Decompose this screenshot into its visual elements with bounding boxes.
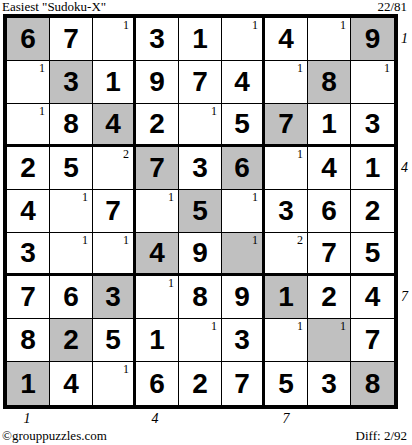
cell-r6c1[interactable]: 3	[7, 233, 50, 276]
given-digit: 5	[93, 319, 133, 361]
cell-r4c1[interactable]: 2	[7, 147, 50, 190]
given-digit: 2	[50, 319, 92, 361]
cell-r9c4[interactable]: 6	[136, 362, 179, 405]
pencil-note: 1	[297, 62, 303, 75]
pencil-note: 1	[297, 320, 303, 333]
given-digit: 3	[7, 233, 49, 273]
pencil-note: 1	[168, 191, 174, 204]
pencil-note: 1	[123, 363, 129, 376]
given-digit: 6	[222, 147, 262, 189]
cell-r4c6[interactable]: 6	[222, 147, 265, 190]
cell-r8c7[interactable]: 1	[265, 319, 308, 362]
cell-r9c8[interactable]: 3	[308, 362, 351, 405]
cell-r1c6[interactable]: 1	[222, 18, 265, 61]
cell-r5c4[interactable]: 1	[136, 190, 179, 233]
cell-r7c4[interactable]: 1	[136, 276, 179, 319]
given-digit: 1	[136, 319, 178, 361]
col-label-1: 1	[24, 411, 31, 427]
cell-r8c1[interactable]: 8	[7, 319, 50, 362]
given-digit: 2	[351, 190, 394, 232]
header-bar: Easiest "Sudoku-X" 22/81	[2, 0, 407, 14]
cell-r7c8[interactable]: 2	[308, 276, 351, 319]
given-digit: 7	[93, 190, 133, 232]
given-digit: 3	[50, 61, 92, 103]
cell-r4c2[interactable]: 5	[50, 147, 93, 190]
cell-r6c6[interactable]: 1	[222, 233, 265, 276]
pencil-note: 1	[168, 277, 174, 290]
cell-r2c1[interactable]: 1	[7, 61, 50, 104]
given-digit: 3	[136, 18, 178, 60]
cell-r5c5[interactable]: 5	[179, 190, 222, 233]
cell-r8c9[interactable]: 7	[351, 319, 394, 362]
pencil-note: 1	[252, 19, 258, 32]
cell-r1c4[interactable]: 3	[136, 18, 179, 61]
cell-r8c3[interactable]: 5	[93, 319, 136, 362]
given-digit: 4	[136, 233, 178, 273]
given-digit: 9	[179, 233, 221, 273]
cell-r2c7[interactable]: 1	[265, 61, 308, 104]
pencil-note: 1	[384, 62, 390, 75]
pencil-note: 1	[39, 62, 45, 75]
given-digit: 2	[179, 362, 221, 405]
row-label-4: 4	[401, 160, 408, 176]
given-digit: 8	[308, 61, 350, 103]
cell-r9c1[interactable]: 1	[7, 362, 50, 405]
cell-r4c9[interactable]: 1	[351, 147, 394, 190]
given-digit: 9	[222, 276, 262, 318]
given-digit: 2	[7, 147, 49, 189]
cell-r3c5[interactable]: 1	[179, 104, 222, 147]
cell-r4c4[interactable]: 7	[136, 147, 179, 190]
cell-r6c4[interactable]: 4	[136, 233, 179, 276]
given-digit: 3	[308, 362, 350, 405]
given-digit: 7	[50, 18, 92, 60]
pencil-note: 1	[123, 234, 129, 247]
cell-r7c2[interactable]: 6	[50, 276, 93, 319]
given-digit: 7	[265, 104, 307, 144]
given-digit: 4	[351, 276, 394, 318]
pencil-note: 1	[252, 191, 258, 204]
cell-r4c3[interactable]: 2	[93, 147, 136, 190]
pencil-note: 1	[211, 105, 217, 118]
given-digit: 6	[7, 18, 49, 60]
cell-r9c3[interactable]: 1	[93, 362, 136, 405]
given-digit: 8	[7, 319, 49, 361]
given-digit: 4	[265, 18, 307, 60]
cell-r5c3[interactable]: 7	[93, 190, 136, 233]
cell-r9c9[interactable]: 8	[351, 362, 394, 405]
given-digit: 5	[179, 190, 221, 232]
cell-r9c2[interactable]: 4	[50, 362, 93, 405]
cell-r2c6[interactable]: 4	[222, 61, 265, 104]
cell-r6c7[interactable]: 2	[265, 233, 308, 276]
col-label-7: 7	[283, 411, 290, 427]
given-digit: 5	[265, 362, 307, 405]
given-digit: 6	[136, 362, 178, 405]
pencil-note: 1	[82, 191, 88, 204]
cell-r1c1[interactable]: 6	[7, 18, 50, 61]
cell-r6c3[interactable]: 1	[93, 233, 136, 276]
puzzle-title: Easiest "Sudoku-X"	[2, 0, 106, 14]
cell-r8c6[interactable]: 3	[222, 319, 265, 362]
cell-r4c5[interactable]: 3	[179, 147, 222, 190]
given-digit: 1	[93, 61, 133, 103]
cell-r6c5[interactable]: 9	[179, 233, 222, 276]
cell-r7c6[interactable]: 9	[222, 276, 265, 319]
cell-r3c2[interactable]: 8	[50, 104, 93, 147]
given-digit: 4	[93, 104, 133, 144]
given-digit: 3	[179, 147, 221, 189]
given-digit: 2	[308, 276, 350, 318]
cell-r5c2[interactable]: 1	[50, 190, 93, 233]
cell-r3c7[interactable]: 7	[265, 104, 308, 147]
given-digit: 1	[351, 147, 394, 189]
cell-r8c8[interactable]: 1	[308, 319, 351, 362]
given-digit: 7	[136, 147, 178, 189]
cell-r6c9[interactable]: 5	[351, 233, 394, 276]
cell-r7c5[interactable]: 8	[179, 276, 222, 319]
cell-r1c9[interactable]: 9	[351, 18, 394, 61]
given-digit: 5	[50, 147, 92, 189]
given-digit: 6	[50, 276, 92, 318]
cell-r9c5[interactable]: 2	[179, 362, 222, 405]
given-digit: 1	[7, 362, 49, 405]
difficulty-text: Diff: 2/92	[356, 428, 407, 443]
pencil-note: 1	[211, 320, 217, 333]
given-digit: 1	[308, 104, 350, 144]
cell-r2c5[interactable]: 7	[179, 61, 222, 104]
cell-r4c7[interactable]: 1	[265, 147, 308, 190]
cell-r5c1[interactable]: 4	[7, 190, 50, 233]
given-digit: 4	[222, 61, 262, 103]
cell-r7c9[interactable]: 4	[351, 276, 394, 319]
cell-r6c2[interactable]: 1	[50, 233, 93, 276]
cell-r1c2[interactable]: 7	[50, 18, 93, 61]
given-digit: 4	[7, 190, 49, 232]
given-digit: 5	[222, 104, 262, 144]
given-digit: 7	[308, 233, 350, 273]
progress-counter: 22/81	[377, 0, 407, 14]
footer-bar: ©grouppuzzles.com Diff: 2/92	[2, 428, 407, 443]
given-digit: 6	[308, 190, 350, 232]
pencil-note: 1	[340, 320, 346, 333]
cell-r1c3[interactable]: 1	[93, 18, 136, 61]
given-digit: 3	[351, 104, 394, 144]
pencil-note: 2	[123, 148, 129, 161]
given-digit: 3	[93, 276, 133, 318]
given-digit: 8	[179, 276, 221, 318]
given-digit: 8	[351, 362, 394, 405]
cell-r3c3[interactable]: 4	[93, 104, 136, 147]
row-label-7: 7	[401, 289, 408, 305]
cell-r1c5[interactable]: 1	[179, 18, 222, 61]
given-digit: 3	[222, 319, 262, 361]
cell-r2c4[interactable]: 9	[136, 61, 179, 104]
given-digit: 3	[265, 190, 307, 232]
cell-r7c7[interactable]: 1	[265, 276, 308, 319]
cell-r3c1[interactable]: 1	[7, 104, 50, 147]
sudoku-board: 6713114191319741811842157132527361414171…	[3, 14, 398, 409]
cell-r7c3[interactable]: 3	[93, 276, 136, 319]
pencil-note: 2	[297, 234, 303, 247]
cell-r2c2[interactable]: 3	[50, 61, 93, 104]
given-digit: 4	[50, 362, 92, 405]
cell-r8c2[interactable]: 2	[50, 319, 93, 362]
given-digit: 1	[179, 18, 221, 60]
cell-r5c8[interactable]: 6	[308, 190, 351, 233]
given-digit: 2	[136, 104, 178, 144]
pencil-note: 1	[340, 19, 346, 32]
given-digit: 5	[351, 233, 394, 273]
cell-r8c5[interactable]: 1	[179, 319, 222, 362]
cell-r9c7[interactable]: 5	[265, 362, 308, 405]
cell-r5c7[interactable]: 3	[265, 190, 308, 233]
given-digit: 4	[308, 147, 350, 189]
pencil-note: 1	[82, 234, 88, 247]
given-digit: 8	[50, 104, 92, 144]
copyright-text: ©grouppuzzles.com	[2, 428, 107, 443]
cell-r3c4[interactable]: 2	[136, 104, 179, 147]
cell-r1c8[interactable]: 1	[308, 18, 351, 61]
row-label-1: 1	[401, 31, 408, 47]
cell-r2c9[interactable]: 1	[351, 61, 394, 104]
given-digit: 1	[265, 276, 307, 318]
cell-r3c9[interactable]: 3	[351, 104, 394, 147]
given-digit: 7	[179, 61, 221, 103]
cell-r6c8[interactable]: 7	[308, 233, 351, 276]
cell-r1c7[interactable]: 4	[265, 18, 308, 61]
cell-r4c8[interactable]: 4	[308, 147, 351, 190]
pencil-note: 1	[252, 234, 258, 247]
cell-r9c6[interactable]: 7	[222, 362, 265, 405]
cell-r7c1[interactable]: 7	[7, 276, 50, 319]
pencil-note: 1	[39, 105, 45, 118]
cell-r2c3[interactable]: 1	[93, 61, 136, 104]
pencil-note: 1	[123, 19, 129, 32]
pencil-note: 1	[297, 148, 303, 161]
cell-r2c8[interactable]: 8	[308, 61, 351, 104]
cell-r3c6[interactable]: 5	[222, 104, 265, 147]
given-digit: 7	[222, 362, 262, 405]
given-digit: 9	[136, 61, 178, 103]
given-digit: 7	[7, 276, 49, 318]
cell-r3c8[interactable]: 1	[308, 104, 351, 147]
cell-r8c4[interactable]: 1	[136, 319, 179, 362]
given-digit: 9	[351, 18, 394, 60]
given-digit: 7	[351, 319, 394, 361]
cell-r5c9[interactable]: 2	[351, 190, 394, 233]
col-label-4: 4	[152, 411, 159, 427]
cell-r5c6[interactable]: 1	[222, 190, 265, 233]
